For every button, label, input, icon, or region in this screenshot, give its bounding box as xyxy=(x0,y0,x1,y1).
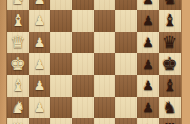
square-g3[interactable] xyxy=(50,97,72,119)
piece-black-bishop-f8: ♝ xyxy=(162,78,176,94)
piece-white-pawn-g2: ♟ xyxy=(34,101,46,114)
square-b6[interactable] xyxy=(115,0,137,10)
piece-white-pawn-e2: ♟ xyxy=(34,58,46,71)
square-d8[interactable]: ♛ xyxy=(159,32,181,54)
square-c6[interactable] xyxy=(115,10,137,32)
piece-black-pawn-d7: ♟ xyxy=(142,36,154,49)
chess-board: ♜♟♟♜♞♟♟♞♝♟♟♝♛♟♟♛♚♟♟♚♝♟♟♝♞♟♟♞♜♟♟♜ xyxy=(7,0,181,124)
square-f1[interactable]: ♝ xyxy=(7,75,29,97)
piece-white-queen-d1: ♛ xyxy=(10,34,25,51)
square-b1[interactable]: ♞ xyxy=(7,0,29,10)
piece-white-bishop-f1: ♝ xyxy=(11,78,25,94)
square-b7[interactable]: ♟ xyxy=(137,0,159,10)
square-e4[interactable] xyxy=(72,53,94,75)
square-e1[interactable]: ♚ xyxy=(7,53,29,75)
square-d1[interactable]: ♛ xyxy=(7,32,29,54)
square-d4[interactable] xyxy=(72,32,94,54)
square-d7[interactable]: ♟ xyxy=(137,32,159,54)
piece-black-pawn-f7: ♟ xyxy=(142,79,154,92)
square-f6[interactable] xyxy=(115,75,137,97)
piece-white-pawn-d2: ♟ xyxy=(34,36,46,49)
piece-black-pawn-h7: ♟ xyxy=(142,123,154,124)
square-c4[interactable] xyxy=(72,10,94,32)
square-c2[interactable]: ♟ xyxy=(29,10,51,32)
square-c3[interactable] xyxy=(50,10,72,32)
piece-black-pawn-g7: ♟ xyxy=(142,101,154,114)
square-d6[interactable] xyxy=(115,32,137,54)
piece-white-rook-h1: ♜ xyxy=(11,122,24,124)
square-g1[interactable]: ♞ xyxy=(7,97,29,119)
piece-black-bishop-c8: ♝ xyxy=(162,13,176,29)
square-g7[interactable]: ♟ xyxy=(137,97,159,119)
square-f4[interactable] xyxy=(72,75,94,97)
piece-white-pawn-c2: ♟ xyxy=(34,14,46,27)
square-c1[interactable]: ♝ xyxy=(7,10,29,32)
square-e8[interactable]: ♚ xyxy=(159,53,181,75)
square-c5[interactable] xyxy=(94,10,116,32)
piece-white-pawn-b2: ♟ xyxy=(34,0,46,6)
square-f5[interactable] xyxy=(94,75,116,97)
square-b3[interactable] xyxy=(50,0,72,10)
chess-board-photo: ♜♟♟♜♞♟♟♞♝♟♟♝♛♟♟♛♚♟♟♚♝♟♟♝♞♟♟♞♜♟♟♜ xyxy=(0,0,190,124)
square-d5[interactable] xyxy=(94,32,116,54)
square-h4[interactable] xyxy=(72,118,94,124)
piece-white-pawn-f2: ♟ xyxy=(34,79,46,92)
square-h5[interactable] xyxy=(94,118,116,124)
piece-white-pawn-h2: ♟ xyxy=(34,123,46,124)
square-h6[interactable] xyxy=(115,118,137,124)
square-d2[interactable]: ♟ xyxy=(29,32,51,54)
square-e5[interactable] xyxy=(94,53,116,75)
square-f7[interactable]: ♟ xyxy=(137,75,159,97)
square-f8[interactable]: ♝ xyxy=(159,75,181,97)
square-d3[interactable] xyxy=(50,32,72,54)
square-h1[interactable]: ♜ xyxy=(7,118,29,124)
piece-white-knight-g1: ♞ xyxy=(11,100,25,116)
piece-black-knight-g8: ♞ xyxy=(162,100,176,116)
square-f3[interactable] xyxy=(50,75,72,97)
square-h8[interactable]: ♜ xyxy=(159,118,181,124)
square-b4[interactable] xyxy=(72,0,94,10)
square-b8[interactable]: ♞ xyxy=(159,0,181,10)
square-e2[interactable]: ♟ xyxy=(29,53,51,75)
square-b2[interactable]: ♟ xyxy=(29,0,51,10)
piece-black-knight-b8: ♞ xyxy=(162,0,176,7)
square-g2[interactable]: ♟ xyxy=(29,97,51,119)
piece-black-king-e8: ♚ xyxy=(162,55,178,73)
square-e6[interactable] xyxy=(115,53,137,75)
square-h7[interactable]: ♟ xyxy=(137,118,159,124)
square-h2[interactable]: ♟ xyxy=(29,118,51,124)
square-g5[interactable] xyxy=(94,97,116,119)
piece-white-king-e1: ♚ xyxy=(10,55,26,73)
piece-black-pawn-e7: ♟ xyxy=(142,58,154,71)
square-e3[interactable] xyxy=(50,53,72,75)
square-c7[interactable]: ♟ xyxy=(137,10,159,32)
piece-white-knight-b1: ♞ xyxy=(11,0,25,7)
square-e7[interactable]: ♟ xyxy=(137,53,159,75)
piece-white-bishop-c1: ♝ xyxy=(11,13,25,29)
piece-black-rook-h8: ♜ xyxy=(163,122,176,124)
square-f2[interactable]: ♟ xyxy=(29,75,51,97)
square-b5[interactable] xyxy=(94,0,116,10)
square-g6[interactable] xyxy=(115,97,137,119)
piece-black-pawn-b7: ♟ xyxy=(142,0,154,6)
square-h3[interactable] xyxy=(50,118,72,124)
square-c8[interactable]: ♝ xyxy=(159,10,181,32)
piece-black-queen-d8: ♛ xyxy=(162,34,177,51)
piece-black-pawn-c7: ♟ xyxy=(142,14,154,27)
square-g8[interactable]: ♞ xyxy=(159,97,181,119)
square-g4[interactable] xyxy=(72,97,94,119)
